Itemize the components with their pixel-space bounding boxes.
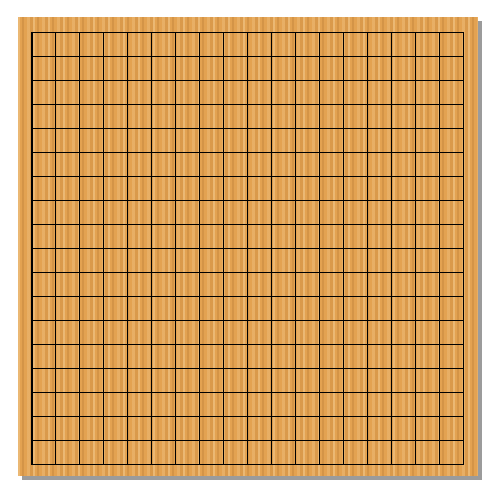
go-game-screen [0, 0, 500, 500]
board-grid-lines [31, 32, 464, 465]
go-board[interactable] [18, 17, 478, 476]
